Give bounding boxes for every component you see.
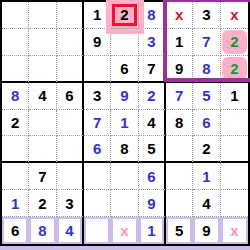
x-mark: x bbox=[230, 223, 238, 238]
digit: 7 bbox=[175, 88, 183, 103]
cell-r9c6[interactable]: 1 bbox=[139, 217, 166, 244]
cell-r7c1[interactable] bbox=[2, 163, 29, 190]
cell-r4c7[interactable]: 7 bbox=[166, 83, 193, 110]
digit: 2 bbox=[11, 115, 19, 130]
cell-r4c3[interactable]: 6 bbox=[57, 83, 84, 110]
digit: 4 bbox=[202, 196, 210, 211]
cell-r8c9[interactable] bbox=[221, 190, 248, 217]
cell-r3c4[interactable] bbox=[84, 56, 111, 83]
cell-r6c3[interactable] bbox=[57, 136, 84, 163]
cell-r2c6[interactable]: 3 bbox=[139, 29, 166, 56]
digit: 2 bbox=[120, 7, 128, 22]
cell-r9c3[interactable]: 4 bbox=[57, 217, 84, 244]
cell-r9c5[interactable]: x bbox=[111, 217, 138, 244]
cell-r3c8[interactable]: 8 bbox=[193, 56, 220, 83]
cell-r2c9[interactable]: 2 bbox=[221, 29, 248, 56]
x-mark: x bbox=[230, 7, 238, 22]
digit: 2 bbox=[147, 88, 155, 103]
digit: 8 bbox=[120, 141, 128, 156]
sudoku-board: 128x3x9317267982846392751271486685276112… bbox=[0, 0, 250, 250]
cell-r3c1[interactable] bbox=[2, 56, 29, 83]
cell-r7c3[interactable] bbox=[57, 163, 84, 190]
digit: 1 bbox=[230, 88, 238, 103]
cell-r4c8[interactable]: 5 bbox=[193, 83, 220, 110]
digit: 9 bbox=[175, 61, 183, 76]
digit: 2 bbox=[202, 141, 210, 156]
cell-r7c9[interactable] bbox=[221, 163, 248, 190]
cell-r4c4[interactable]: 3 bbox=[84, 83, 111, 110]
digit: 1 bbox=[93, 7, 101, 22]
cell-r5c7[interactable]: 8 bbox=[166, 110, 193, 137]
cell-r1c4[interactable]: 1 bbox=[84, 2, 111, 29]
digit: 3 bbox=[147, 34, 155, 49]
digit: 1 bbox=[11, 196, 19, 211]
digit: 9 bbox=[202, 223, 210, 238]
cell-r4c9[interactable]: 1 bbox=[221, 83, 248, 110]
cell-r1c9[interactable]: x bbox=[221, 2, 248, 29]
digit: 3 bbox=[93, 88, 101, 103]
cell-r1c6[interactable]: 8 bbox=[139, 2, 166, 29]
digit: 9 bbox=[147, 196, 155, 211]
x-mark: x bbox=[120, 223, 128, 238]
cell-r5c3[interactable] bbox=[57, 110, 84, 137]
digit: 7 bbox=[38, 169, 46, 184]
cell-r5c6[interactable]: 4 bbox=[139, 110, 166, 137]
digit: 8 bbox=[38, 223, 46, 238]
digit: 7 bbox=[202, 34, 210, 49]
cell-r4c2[interactable]: 4 bbox=[29, 83, 56, 110]
cell-r6c1[interactable] bbox=[2, 136, 29, 163]
cell-r3c2[interactable] bbox=[29, 56, 56, 83]
digit: 6 bbox=[120, 61, 128, 76]
cell-r3c6[interactable]: 7 bbox=[139, 56, 166, 83]
digit: 8 bbox=[175, 115, 183, 130]
digit: 2 bbox=[230, 61, 238, 76]
cell-r8c6[interactable]: 9 bbox=[139, 190, 166, 217]
cell-r8c3[interactable]: 3 bbox=[57, 190, 84, 217]
digit: 5 bbox=[147, 141, 155, 156]
digit: 1 bbox=[175, 34, 183, 49]
digit: 3 bbox=[65, 196, 73, 211]
cell-r7c6[interactable]: 6 bbox=[139, 163, 166, 190]
digit: 1 bbox=[147, 223, 155, 238]
cell-r5c2[interactable] bbox=[29, 110, 56, 137]
cell-r6c2[interactable] bbox=[29, 136, 56, 163]
cell-r4c6[interactable]: 2 bbox=[139, 83, 166, 110]
cell-r7c4[interactable] bbox=[84, 163, 111, 190]
cell-r8c2[interactable]: 2 bbox=[29, 190, 56, 217]
cell-r3c5[interactable]: 6 bbox=[111, 56, 138, 83]
cell-r2c8[interactable]: 7 bbox=[193, 29, 220, 56]
digit: 3 bbox=[202, 7, 210, 22]
cell-r5c5[interactable]: 1 bbox=[111, 110, 138, 137]
cell-r8c5[interactable] bbox=[111, 190, 138, 217]
cell-r2c5[interactable] bbox=[111, 29, 138, 56]
digit: 7 bbox=[147, 61, 155, 76]
cell-r5c8[interactable]: 6 bbox=[193, 110, 220, 137]
cell-r3c7[interactable]: 9 bbox=[166, 56, 193, 83]
cell-r6c5[interactable]: 8 bbox=[111, 136, 138, 163]
solved-row-band bbox=[0, 246, 250, 250]
cell-r8c1[interactable]: 1 bbox=[2, 190, 29, 217]
cell-r1c7[interactable]: x bbox=[166, 2, 193, 29]
digit: 5 bbox=[202, 88, 210, 103]
digit: 9 bbox=[120, 88, 128, 103]
cell-r5c1[interactable]: 2 bbox=[2, 110, 29, 137]
digit: 5 bbox=[175, 223, 183, 238]
cell-r1c1[interactable] bbox=[2, 2, 29, 29]
cell-r6c4[interactable]: 6 bbox=[84, 136, 111, 163]
cell-r3c3[interactable] bbox=[57, 56, 84, 83]
cell-r1c3[interactable] bbox=[57, 2, 84, 29]
cell-r1c5[interactable]: 2 bbox=[111, 2, 138, 29]
cell-r1c8[interactable]: 3 bbox=[193, 2, 220, 29]
cell-r5c9[interactable] bbox=[221, 110, 248, 137]
cell-r6c8[interactable]: 2 bbox=[193, 136, 220, 163]
digit: 8 bbox=[11, 88, 19, 103]
digit: 2 bbox=[38, 196, 46, 211]
cell-r7c7[interactable] bbox=[166, 163, 193, 190]
cell-r2c2[interactable] bbox=[29, 29, 56, 56]
digit: 6 bbox=[93, 141, 101, 156]
cell-r4c5[interactable]: 9 bbox=[111, 83, 138, 110]
x-mark: x bbox=[175, 7, 183, 22]
cell-r8c8[interactable]: 4 bbox=[193, 190, 220, 217]
cell-r4c1[interactable]: 8 bbox=[2, 83, 29, 110]
cell-r2c7[interactable]: 1 bbox=[166, 29, 193, 56]
cell-r5c4[interactable]: 7 bbox=[84, 110, 111, 137]
digit: 1 bbox=[202, 169, 210, 184]
cell-r8c7[interactable] bbox=[166, 190, 193, 217]
digit: 4 bbox=[38, 88, 46, 103]
digit: 6 bbox=[65, 88, 73, 103]
cell-r9c2[interactable]: 8 bbox=[29, 217, 56, 244]
cell-r2c3[interactable] bbox=[57, 29, 84, 56]
cell-r7c2[interactable]: 7 bbox=[29, 163, 56, 190]
cell-r3c9[interactable]: 2 bbox=[221, 56, 248, 83]
digit: 6 bbox=[11, 223, 19, 238]
cell-r9c8[interactable]: 9 bbox=[193, 217, 220, 244]
digit: 6 bbox=[202, 115, 210, 130]
digit: 6 bbox=[147, 169, 155, 184]
cell-r2c1[interactable] bbox=[2, 29, 29, 56]
digit: 4 bbox=[65, 223, 73, 238]
digit: 8 bbox=[202, 61, 210, 76]
cell-r7c8[interactable]: 1 bbox=[193, 163, 220, 190]
cell-r9c9[interactable]: x bbox=[221, 217, 248, 244]
digit: 2 bbox=[230, 34, 238, 49]
cell-r9c4[interactable] bbox=[84, 217, 111, 244]
cell-r9c7[interactable]: 5 bbox=[166, 217, 193, 244]
digit: 7 bbox=[93, 115, 101, 130]
cell-r9c1[interactable]: 6 bbox=[2, 217, 29, 244]
digit: 9 bbox=[93, 34, 101, 49]
sudoku-grid: 128x3x9317267982846392751271486685276112… bbox=[0, 0, 250, 246]
digit: 4 bbox=[147, 115, 155, 130]
cell-r6c6[interactable]: 5 bbox=[139, 136, 166, 163]
cell-r8c4[interactable] bbox=[84, 190, 111, 217]
cell-r7c5[interactable] bbox=[111, 163, 138, 190]
cell-r1c2[interactable] bbox=[29, 2, 56, 29]
cell-r6c9[interactable] bbox=[221, 136, 248, 163]
cell-r6c7[interactable] bbox=[166, 136, 193, 163]
digit: 8 bbox=[147, 7, 155, 22]
digit: 1 bbox=[120, 115, 128, 130]
cell-r2c4[interactable]: 9 bbox=[84, 29, 111, 56]
